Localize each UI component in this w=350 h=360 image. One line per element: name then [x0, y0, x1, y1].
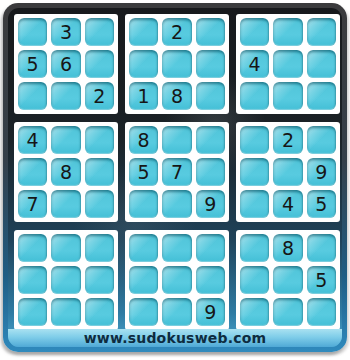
cell-r3c2[interactable]	[51, 82, 80, 110]
cell-r1c7[interactable]	[240, 18, 269, 46]
cell-r2c5[interactable]	[162, 50, 191, 78]
cell-r9c3[interactable]	[85, 298, 114, 326]
cell-r1c6[interactable]	[196, 18, 225, 46]
cell-r7c6[interactable]	[196, 234, 225, 262]
cell-r9c6[interactable]: 9	[196, 298, 225, 326]
cell-r6c4[interactable]	[129, 190, 158, 218]
cell-r3c9[interactable]	[307, 82, 336, 110]
box-1: 3562	[14, 14, 118, 114]
cell-r4c2[interactable]	[51, 126, 80, 154]
cell-r5c2[interactable]: 8	[51, 158, 80, 186]
cell-r2c3[interactable]	[85, 50, 114, 78]
cell-r4c5[interactable]	[162, 126, 191, 154]
cell-r6c2[interactable]	[51, 190, 80, 218]
box-6: 2945	[236, 122, 340, 222]
cell-r9c4[interactable]	[129, 298, 158, 326]
cell-r3c5[interactable]: 8	[162, 82, 191, 110]
cell-r9c9[interactable]	[307, 298, 336, 326]
cell-r7c3[interactable]	[85, 234, 114, 262]
cell-r6c7[interactable]	[240, 190, 269, 218]
cell-r2c8[interactable]	[273, 50, 302, 78]
cell-r2c2[interactable]: 6	[51, 50, 80, 78]
cell-r1c9[interactable]	[307, 18, 336, 46]
cell-r3c4[interactable]: 1	[129, 82, 158, 110]
cell-r7c9[interactable]	[307, 234, 336, 262]
box-5: 8579	[125, 122, 229, 222]
cell-r6c9[interactable]: 5	[307, 190, 336, 218]
board-frame-inner: 3562218448785792945985 www.sudokusweb.co…	[8, 8, 342, 347]
cell-r3c7[interactable]	[240, 82, 269, 110]
cell-r2c7[interactable]: 4	[240, 50, 269, 78]
cell-r5c1[interactable]	[18, 158, 47, 186]
cell-r1c3[interactable]	[85, 18, 114, 46]
cell-r8c7[interactable]	[240, 266, 269, 294]
cell-r1c5[interactable]: 2	[162, 18, 191, 46]
cell-r7c7[interactable]	[240, 234, 269, 262]
cell-r7c8[interactable]: 8	[273, 234, 302, 262]
cell-r5c8[interactable]	[273, 158, 302, 186]
cell-r8c8[interactable]	[273, 266, 302, 294]
cell-r4c3[interactable]	[85, 126, 114, 154]
box-4: 487	[14, 122, 118, 222]
cell-r2c9[interactable]	[307, 50, 336, 78]
website-link[interactable]: www.sudokusweb.com	[84, 330, 267, 346]
cell-r5c3[interactable]	[85, 158, 114, 186]
cell-r2c6[interactable]	[196, 50, 225, 78]
cell-r4c9[interactable]	[307, 126, 336, 154]
cell-r1c2[interactable]: 3	[51, 18, 80, 46]
cell-r5c6[interactable]	[196, 158, 225, 186]
cell-r6c8[interactable]: 4	[273, 190, 302, 218]
cell-r9c8[interactable]	[273, 298, 302, 326]
cell-r6c6[interactable]: 9	[196, 190, 225, 218]
cell-r7c5[interactable]	[162, 234, 191, 262]
cell-r3c3[interactable]: 2	[85, 82, 114, 110]
box-3: 4	[236, 14, 340, 114]
cell-r9c2[interactable]	[51, 298, 80, 326]
cell-r3c6[interactable]	[196, 82, 225, 110]
cell-r4c6[interactable]	[196, 126, 225, 154]
cell-r5c4[interactable]: 5	[129, 158, 158, 186]
cell-r5c9[interactable]: 9	[307, 158, 336, 186]
cell-r6c5[interactable]	[162, 190, 191, 218]
sudoku-board: 3562218448785792945985 www.sudokusweb.co…	[3, 3, 347, 352]
cell-r6c3[interactable]	[85, 190, 114, 218]
cell-r9c1[interactable]	[18, 298, 47, 326]
cell-r3c8[interactable]	[273, 82, 302, 110]
cell-r6c1[interactable]: 7	[18, 190, 47, 218]
cell-r8c9[interactable]: 5	[307, 266, 336, 294]
cell-r9c5[interactable]	[162, 298, 191, 326]
cell-r1c1[interactable]	[18, 18, 47, 46]
cell-r8c1[interactable]	[18, 266, 47, 294]
page-background: 3562218448785792945985 www.sudokusweb.co…	[0, 0, 350, 360]
cell-r8c5[interactable]	[162, 266, 191, 294]
cell-r7c1[interactable]	[18, 234, 47, 262]
cell-r4c7[interactable]	[240, 126, 269, 154]
cell-r8c2[interactable]	[51, 266, 80, 294]
box-8: 9	[125, 230, 229, 330]
cell-r7c2[interactable]	[51, 234, 80, 262]
cell-r8c3[interactable]	[85, 266, 114, 294]
footer-bar: www.sudokusweb.com	[8, 329, 342, 347]
cell-r4c1[interactable]: 4	[18, 126, 47, 154]
cell-r1c4[interactable]	[129, 18, 158, 46]
cell-r7c4[interactable]	[129, 234, 158, 262]
box-9: 85	[236, 230, 340, 330]
box-2: 218	[125, 14, 229, 114]
cell-r8c6[interactable]	[196, 266, 225, 294]
cell-r4c4[interactable]: 8	[129, 126, 158, 154]
cell-r5c5[interactable]: 7	[162, 158, 191, 186]
cell-r2c1[interactable]: 5	[18, 50, 47, 78]
cell-r3c1[interactable]	[18, 82, 47, 110]
cell-r1c8[interactable]	[273, 18, 302, 46]
cell-r9c7[interactable]	[240, 298, 269, 326]
cell-r5c7[interactable]	[240, 158, 269, 186]
cell-r4c8[interactable]: 2	[273, 126, 302, 154]
cell-r8c4[interactable]	[129, 266, 158, 294]
sudoku-grid: 3562218448785792945985	[14, 14, 340, 330]
cell-r2c4[interactable]	[129, 50, 158, 78]
box-7	[14, 230, 118, 330]
